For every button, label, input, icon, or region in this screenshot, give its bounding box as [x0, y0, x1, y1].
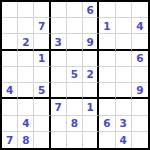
cell-r7c6-given[interactable]: 1 [83, 99, 99, 115]
cell-r7c9[interactable] [132, 99, 148, 115]
cell-r4c4[interactable] [51, 51, 67, 67]
cell-r6c9-given[interactable]: 9 [132, 83, 148, 99]
cell-r1c4[interactable] [51, 2, 67, 18]
cell-r5c1[interactable] [2, 67, 18, 83]
cell-r9c1-given[interactable]: 7 [2, 132, 18, 148]
cell-r8c8-given[interactable]: 3 [116, 116, 132, 132]
cell-r8c4[interactable] [51, 116, 67, 132]
cell-r2c4[interactable] [51, 18, 67, 34]
cell-r4c2[interactable] [18, 51, 34, 67]
cell-r3c9[interactable] [132, 34, 148, 50]
cell-r2c8[interactable] [116, 18, 132, 34]
cell-r2c6[interactable] [83, 18, 99, 34]
cell-r3c4-given[interactable]: 3 [51, 34, 67, 50]
cell-r3c7[interactable] [99, 34, 115, 50]
cell-r5c9[interactable] [132, 67, 148, 83]
cell-r2c7-given[interactable]: 1 [99, 18, 115, 34]
cell-r6c5[interactable] [67, 83, 83, 99]
cell-r4c8[interactable] [116, 51, 132, 67]
cell-r7c5[interactable] [67, 99, 83, 115]
cell-r2c9-given[interactable]: 4 [132, 18, 148, 34]
cell-r5c4[interactable] [51, 67, 67, 83]
cell-r3c6-given[interactable]: 9 [83, 34, 99, 50]
cell-r3c3[interactable] [34, 34, 50, 50]
cell-r9c4[interactable] [51, 132, 67, 148]
cell-r2c1[interactable] [2, 18, 18, 34]
cell-r5c6-given[interactable]: 2 [83, 67, 99, 83]
cell-r5c7[interactable] [99, 67, 115, 83]
cell-r7c2[interactable] [18, 99, 34, 115]
cell-r5c8[interactable] [116, 67, 132, 83]
cell-r8c1[interactable] [2, 116, 18, 132]
cell-r7c1[interactable] [2, 99, 18, 115]
cell-r1c6-given[interactable]: 6 [83, 2, 99, 18]
cell-r7c3[interactable] [34, 99, 50, 115]
cell-r6c8[interactable] [116, 83, 132, 99]
cell-r9c6[interactable] [83, 132, 99, 148]
cell-r8c6[interactable] [83, 116, 99, 132]
cell-r4c7[interactable] [99, 51, 115, 67]
cell-r4c1[interactable] [2, 51, 18, 67]
cell-r9c8-given[interactable]: 4 [116, 132, 132, 148]
cell-r5c3[interactable] [34, 67, 50, 83]
cell-r1c2[interactable] [18, 2, 34, 18]
cell-r6c7[interactable] [99, 83, 115, 99]
cell-r5c2[interactable] [18, 67, 34, 83]
cell-r4c5[interactable] [67, 51, 83, 67]
cell-r6c3-given[interactable]: 5 [34, 83, 50, 99]
cell-r2c2[interactable] [18, 18, 34, 34]
cell-r8c2-given[interactable]: 4 [18, 116, 34, 132]
cell-r4c6[interactable] [83, 51, 99, 67]
cell-r7c8[interactable] [116, 99, 132, 115]
cell-r4c9-given[interactable]: 6 [132, 51, 148, 67]
cell-r9c7[interactable] [99, 132, 115, 148]
cell-r6c6[interactable] [83, 83, 99, 99]
cell-r7c7[interactable] [99, 99, 115, 115]
cell-r2c5[interactable] [67, 18, 83, 34]
cell-r8c5-given[interactable]: 8 [67, 116, 83, 132]
cell-r6c1-given[interactable]: 4 [2, 83, 18, 99]
cell-r3c5[interactable] [67, 34, 83, 50]
cell-r3c2-given[interactable]: 2 [18, 34, 34, 50]
cell-r9c3[interactable] [34, 132, 50, 148]
cell-r8c9[interactable] [132, 116, 148, 132]
cell-r9c2-given[interactable]: 8 [18, 132, 34, 148]
cell-r3c8[interactable] [116, 34, 132, 50]
cell-r8c3[interactable] [34, 116, 50, 132]
cell-r2c3-given[interactable]: 7 [34, 18, 50, 34]
cell-r3c1[interactable] [2, 34, 18, 50]
cell-r6c4[interactable] [51, 83, 67, 99]
cell-r1c8[interactable] [116, 2, 132, 18]
cell-r1c1[interactable] [2, 2, 18, 18]
cell-r4c3-given[interactable]: 1 [34, 51, 50, 67]
cell-r7c4-given[interactable]: 7 [51, 99, 67, 115]
cell-r1c5[interactable] [67, 2, 83, 18]
cell-r6c2[interactable] [18, 83, 34, 99]
cell-r8c7-given[interactable]: 6 [99, 116, 115, 132]
cell-r9c9[interactable] [132, 132, 148, 148]
cell-r1c3[interactable] [34, 2, 50, 18]
cell-r1c7[interactable] [99, 2, 115, 18]
cell-r1c9[interactable] [132, 2, 148, 18]
sudoku-board: 67142391652459714863784 [0, 0, 150, 150]
cell-r5c5-given[interactable]: 5 [67, 67, 83, 83]
cell-r9c5[interactable] [67, 132, 83, 148]
